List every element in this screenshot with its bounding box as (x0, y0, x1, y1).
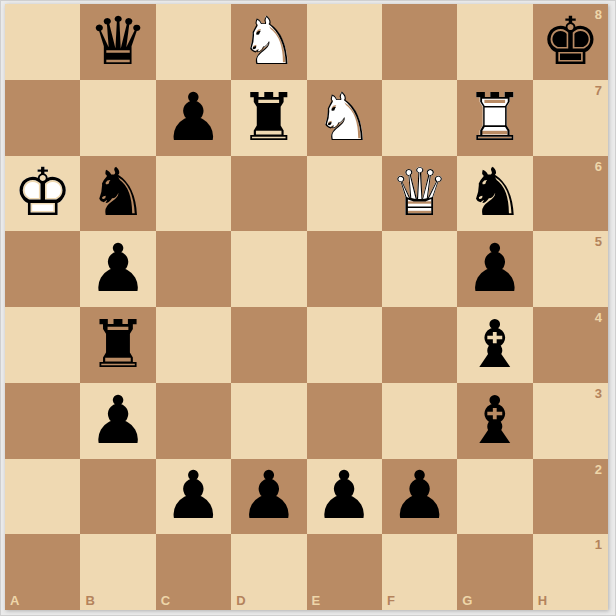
square-d8[interactable]: ♞♘ (231, 4, 306, 80)
black-bishop-g4[interactable]: ♝ (457, 307, 532, 383)
square-e7[interactable]: ♞♘ (307, 80, 382, 156)
square-f8[interactable] (382, 4, 457, 80)
white-queen-outline-icon: ♕ (382, 156, 457, 232)
square-f4[interactable] (382, 307, 457, 383)
black-knight-b6[interactable]: ♞ (80, 156, 155, 232)
file-label-b: B (85, 594, 94, 607)
black-pawn-e2[interactable]: ♟ (307, 459, 382, 535)
square-c3[interactable] (156, 383, 231, 459)
square-h4[interactable]: 4 (533, 307, 608, 383)
square-h8[interactable]: 8♚ (533, 4, 608, 80)
black-pawn-c2[interactable]: ♟ (156, 459, 231, 535)
square-b5[interactable]: ♟ (80, 231, 155, 307)
black-king-h8[interactable]: ♚ (533, 4, 608, 80)
black-pawn-d2[interactable]: ♟ (231, 459, 306, 535)
rank-label-1: 1 (595, 538, 602, 551)
black-bishop-icon: ♝ (465, 388, 524, 454)
square-b8[interactable]: ♛ (80, 4, 155, 80)
page-background: ♛♞♘8♚♟♜♞♘♜♖7♚♔♞♛♕♞6♟♟5♜♝4♟♝3♟♟♟♟2ABCDEFG… (0, 0, 616, 616)
black-pawn-icon: ♟ (88, 388, 147, 454)
rank-label-3: 3 (595, 387, 602, 400)
white-knight-outline-icon: ♘ (231, 4, 306, 80)
square-d6[interactable] (231, 156, 306, 232)
black-pawn-icon: ♟ (239, 463, 298, 529)
square-h3[interactable]: 3 (533, 383, 608, 459)
black-knight-g6[interactable]: ♞ (457, 156, 532, 232)
square-a8[interactable] (5, 4, 80, 80)
black-pawn-icon: ♟ (465, 236, 524, 302)
black-bishop-icon: ♝ (465, 312, 524, 378)
black-pawn-b5[interactable]: ♟ (80, 231, 155, 307)
square-h2[interactable]: 2 (533, 459, 608, 535)
square-c8[interactable] (156, 4, 231, 80)
white-knight-d8[interactable]: ♞♘ (231, 4, 306, 80)
square-d1[interactable]: D (231, 534, 306, 610)
black-queen-icon: ♛ (88, 9, 147, 75)
white-rook-g7[interactable]: ♜♖ (457, 80, 532, 156)
white-knight-outline-icon: ♘ (307, 80, 382, 156)
black-pawn-g5[interactable]: ♟ (457, 231, 532, 307)
white-king-outline-icon: ♔ (5, 156, 80, 232)
black-rook-d7[interactable]: ♜ (231, 80, 306, 156)
rank-label-7: 7 (595, 84, 602, 97)
square-c2[interactable]: ♟ (156, 459, 231, 535)
rank-label-2: 2 (595, 463, 602, 476)
square-a7[interactable] (5, 80, 80, 156)
square-b6[interactable]: ♞ (80, 156, 155, 232)
square-g4[interactable]: ♝ (457, 307, 532, 383)
black-pawn-b3[interactable]: ♟ (80, 383, 155, 459)
chess-board: ♛♞♘8♚♟♜♞♘♜♖7♚♔♞♛♕♞6♟♟5♜♝4♟♝3♟♟♟♟2ABCDEFG… (5, 4, 608, 610)
black-queen-b8[interactable]: ♛ (80, 4, 155, 80)
square-b1[interactable]: B (80, 534, 155, 610)
square-b2[interactable] (80, 459, 155, 535)
square-c1[interactable]: C (156, 534, 231, 610)
black-rook-icon: ♜ (88, 312, 147, 378)
square-c6[interactable] (156, 156, 231, 232)
square-e5[interactable] (307, 231, 382, 307)
file-label-c: C (161, 594, 170, 607)
black-rook-icon: ♜ (239, 85, 298, 151)
black-bishop-g3[interactable]: ♝ (457, 383, 532, 459)
square-e2[interactable]: ♟ (307, 459, 382, 535)
square-g1[interactable]: G (457, 534, 532, 610)
square-b4[interactable]: ♜ (80, 307, 155, 383)
square-f6[interactable]: ♛♕ (382, 156, 457, 232)
black-pawn-icon: ♟ (390, 463, 449, 529)
rank-label-5: 5 (595, 235, 602, 248)
black-king-icon: ♚ (541, 9, 600, 75)
file-label-f: F (387, 594, 395, 607)
square-g7[interactable]: ♜♖ (457, 80, 532, 156)
square-a5[interactable] (5, 231, 80, 307)
square-e4[interactable] (307, 307, 382, 383)
black-pawn-f2[interactable]: ♟ (382, 459, 457, 535)
black-pawn-c7[interactable]: ♟ (156, 80, 231, 156)
square-a6[interactable]: ♚♔ (5, 156, 80, 232)
black-knight-icon: ♞ (88, 160, 147, 226)
square-c4[interactable] (156, 307, 231, 383)
black-pawn-icon: ♟ (164, 463, 223, 529)
square-b3[interactable]: ♟ (80, 383, 155, 459)
square-a1[interactable]: A (5, 534, 80, 610)
square-d7[interactable]: ♜ (231, 80, 306, 156)
file-label-e: E (312, 594, 321, 607)
white-knight-e7[interactable]: ♞♘ (307, 80, 382, 156)
white-rook-outline-icon: ♖ (457, 80, 532, 156)
square-g2[interactable] (457, 459, 532, 535)
square-c7[interactable]: ♟ (156, 80, 231, 156)
square-f5[interactable] (382, 231, 457, 307)
square-d4[interactable] (231, 307, 306, 383)
square-b7[interactable] (80, 80, 155, 156)
square-a3[interactable] (5, 383, 80, 459)
square-a4[interactable] (5, 307, 80, 383)
square-h7[interactable]: 7 (533, 80, 608, 156)
square-e3[interactable] (307, 383, 382, 459)
square-g6[interactable]: ♞ (457, 156, 532, 232)
white-king-a6[interactable]: ♚♔ (5, 156, 80, 232)
rank-label-4: 4 (595, 311, 602, 324)
square-h1[interactable]: 1H (533, 534, 608, 610)
file-label-a: A (10, 594, 19, 607)
file-label-h: H (538, 594, 547, 607)
square-d3[interactable] (231, 383, 306, 459)
square-h5[interactable]: 5 (533, 231, 608, 307)
square-c5[interactable] (156, 231, 231, 307)
square-f7[interactable] (382, 80, 457, 156)
square-e8[interactable] (307, 4, 382, 80)
black-knight-icon: ♞ (465, 160, 524, 226)
file-label-g: G (462, 594, 472, 607)
black-pawn-icon: ♟ (164, 85, 223, 151)
square-f2[interactable]: ♟ (382, 459, 457, 535)
square-g3[interactable]: ♝ (457, 383, 532, 459)
square-f1[interactable]: F (382, 534, 457, 610)
square-a2[interactable] (5, 459, 80, 535)
square-g8[interactable] (457, 4, 532, 80)
square-g5[interactable]: ♟ (457, 231, 532, 307)
square-e6[interactable] (307, 156, 382, 232)
black-rook-b4[interactable]: ♜ (80, 307, 155, 383)
square-d2[interactable]: ♟ (231, 459, 306, 535)
square-h6[interactable]: 6 (533, 156, 608, 232)
white-queen-f6[interactable]: ♛♕ (382, 156, 457, 232)
square-e1[interactable]: E (307, 534, 382, 610)
square-d5[interactable] (231, 231, 306, 307)
square-f3[interactable] (382, 383, 457, 459)
black-pawn-icon: ♟ (315, 463, 374, 529)
black-pawn-icon: ♟ (88, 236, 147, 302)
file-label-d: D (236, 594, 245, 607)
rank-label-6: 6 (595, 160, 602, 173)
